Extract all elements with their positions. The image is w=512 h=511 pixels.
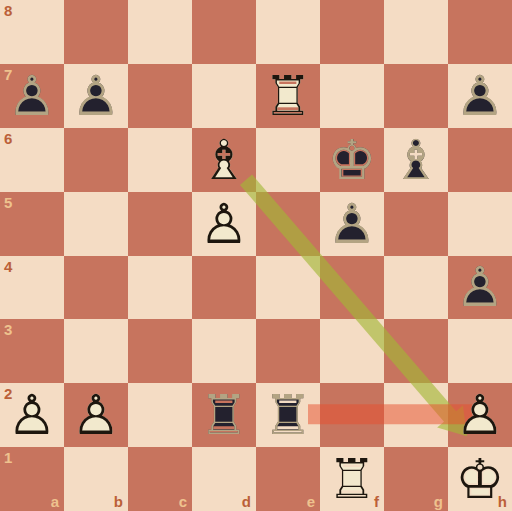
pawn-glyph-outline: ♙: [71, 68, 120, 123]
bishop-glyph-outline: ♗: [391, 132, 440, 187]
piece-black-pawn-b7[interactable]: ♟♙: [64, 64, 128, 128]
pawn-glyph-outline: ♙: [7, 388, 56, 443]
piece-black-pawn-f5[interactable]: ♟♙: [320, 192, 384, 256]
board-pieces: ♟♙♟♙♜♖♟♙♝♗♚♔♝♗♟♙♟♙♟♙♟♙♟♙♜♖♜♖♟♙♜♖♚♔: [0, 0, 512, 511]
rook-glyph-outline: ♖: [199, 388, 248, 443]
king-glyph-outline: ♔: [327, 132, 376, 187]
piece-white-king-h1[interactable]: ♚♔: [448, 447, 512, 511]
pawn-glyph-outline: ♙: [455, 388, 504, 443]
rook-glyph-outline: ♖: [263, 68, 312, 123]
piece-white-pawn-d5[interactable]: ♟♙: [192, 192, 256, 256]
piece-black-pawn-h4[interactable]: ♟♙: [448, 256, 512, 320]
piece-white-pawn-h2[interactable]: ♟♙: [448, 383, 512, 447]
piece-black-pawn-a7[interactable]: ♟♙: [0, 64, 64, 128]
piece-black-bishop-g6[interactable]: ♝♗: [384, 128, 448, 192]
bishop-glyph-outline: ♗: [199, 132, 248, 187]
piece-black-rook-e2[interactable]: ♜♖: [256, 383, 320, 447]
pawn-glyph-outline: ♙: [455, 68, 504, 123]
chess-board: 87654321abcdefgh ♟♙♟♙♜♖♟♙♝♗♚♔♝♗♟♙♟♙♟♙♟♙♟…: [0, 0, 512, 511]
king-glyph-outline: ♔: [455, 452, 504, 507]
rook-glyph-outline: ♖: [327, 452, 376, 507]
piece-white-pawn-a2[interactable]: ♟♙: [0, 383, 64, 447]
pawn-glyph-outline: ♙: [327, 196, 376, 251]
piece-white-rook-e7[interactable]: ♜♖: [256, 64, 320, 128]
piece-white-rook-f1[interactable]: ♜♖: [320, 447, 384, 511]
piece-white-bishop-d6[interactable]: ♝♗: [192, 128, 256, 192]
rook-glyph-outline: ♖: [263, 388, 312, 443]
piece-black-pawn-h7[interactable]: ♟♙: [448, 64, 512, 128]
pawn-glyph-outline: ♙: [7, 68, 56, 123]
pawn-glyph-outline: ♙: [199, 196, 248, 251]
piece-black-king-f6[interactable]: ♚♔: [320, 128, 384, 192]
pawn-glyph-outline: ♙: [71, 388, 120, 443]
pawn-glyph-outline: ♙: [455, 260, 504, 315]
piece-black-rook-d2[interactable]: ♜♖: [192, 383, 256, 447]
piece-white-pawn-b2[interactable]: ♟♙: [64, 383, 128, 447]
